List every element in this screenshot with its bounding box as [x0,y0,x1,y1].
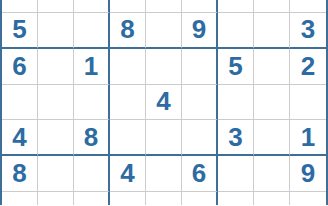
sudoku-cell[interactable] [182,120,218,156]
sudoku-cell[interactable]: 1 [74,49,110,85]
sudoku-cell[interactable] [254,0,290,13]
sudoku-cell[interactable]: 4 [110,156,146,192]
sudoku-cell[interactable] [254,192,290,206]
sudoku-cell[interactable]: 9 [290,156,326,192]
sudoku-cell[interactable] [2,0,38,13]
sudoku-cell[interactable] [218,0,254,13]
sudoku-cell[interactable] [146,120,182,156]
sudoku-cell[interactable] [218,192,254,206]
sudoku-cell[interactable]: 4 [146,85,182,121]
sudoku-cell[interactable] [38,85,74,121]
sudoku-cell[interactable]: 2 [290,49,326,85]
sudoku-cell[interactable] [74,156,110,192]
sudoku-cell[interactable] [74,85,110,121]
sudoku-cell[interactable] [290,192,326,206]
sudoku-cell[interactable] [38,120,74,156]
sudoku-cell[interactable]: 8 [2,156,38,192]
sudoku-cell[interactable] [254,156,290,192]
sudoku-cell[interactable] [38,0,74,13]
sudoku-cell[interactable]: 4 [2,120,38,156]
sudoku-cell[interactable] [146,13,182,49]
sudoku-board: 58936152448318469 [0,0,328,205]
sudoku-cell[interactable] [110,85,146,121]
sudoku-cell[interactable] [2,192,38,206]
sudoku-cell[interactable]: 5 [218,49,254,85]
sudoku-cell[interactable] [146,192,182,206]
sudoku-cell[interactable] [74,13,110,49]
sudoku-cell[interactable]: 5 [2,13,38,49]
sudoku-cell[interactable] [110,49,146,85]
sudoku-cell[interactable] [254,85,290,121]
sudoku-cell[interactable] [254,49,290,85]
sudoku-cell[interactable]: 6 [2,49,38,85]
sudoku-cell[interactable] [38,192,74,206]
sudoku-cell[interactable] [182,192,218,206]
sudoku-cell[interactable] [110,192,146,206]
sudoku-cell[interactable] [182,0,218,13]
sudoku-cell[interactable] [38,49,74,85]
sudoku-cell[interactable] [38,13,74,49]
sudoku-cell[interactable] [146,0,182,13]
sudoku-cell[interactable] [74,192,110,206]
sudoku-cell[interactable]: 3 [218,120,254,156]
sudoku-cell[interactable] [290,0,326,13]
sudoku-grid: 58936152448318469 [2,0,326,205]
sudoku-cell[interactable] [254,120,290,156]
sudoku-cell[interactable] [218,13,254,49]
sudoku-cell[interactable] [110,120,146,156]
sudoku-cell[interactable]: 8 [74,120,110,156]
sudoku-cell[interactable] [182,49,218,85]
sudoku-cell[interactable] [218,85,254,121]
sudoku-cell[interactable] [146,156,182,192]
sudoku-cell[interactable] [218,156,254,192]
sudoku-cell[interactable] [38,156,74,192]
sudoku-cell[interactable] [254,13,290,49]
sudoku-cell[interactable]: 9 [182,13,218,49]
sudoku-cell[interactable] [182,85,218,121]
sudoku-cell[interactable] [74,0,110,13]
sudoku-cell[interactable]: 6 [182,156,218,192]
sudoku-cell[interactable] [146,49,182,85]
sudoku-cell[interactable] [290,85,326,121]
sudoku-cell[interactable] [110,0,146,13]
sudoku-cell[interactable]: 3 [290,13,326,49]
sudoku-cell[interactable] [2,85,38,121]
sudoku-cell[interactable]: 8 [110,13,146,49]
sudoku-cell[interactable]: 1 [290,120,326,156]
